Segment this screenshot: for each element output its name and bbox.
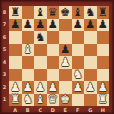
square-a6[interactable] [9, 31, 22, 44]
rank-label-8: 8 [0, 6, 9, 19]
square-d4[interactable] [47, 56, 60, 69]
square-f7[interactable]: ♟ [72, 19, 85, 32]
file-label-e: E [59, 106, 72, 114]
black-pawn[interactable]: ♟ [47, 19, 60, 32]
square-f6[interactable] [72, 31, 85, 44]
chess-board: ♜♝♛♚♝♞♜♟♟♟♟♟♟♟♞♝♟♟♞♟♟♟♟♟♟♟♜♞♝♛♚♜ [9, 6, 109, 106]
square-c1[interactable]: ♝ [34, 94, 47, 107]
rank-label-7: 7 [0, 19, 9, 32]
white-bishop[interactable]: ♝ [34, 94, 47, 107]
white-queen[interactable]: ♛ [47, 94, 60, 107]
black-king[interactable]: ♚ [59, 6, 72, 19]
square-e1[interactable]: ♚ [59, 94, 72, 107]
square-b4[interactable] [22, 56, 35, 69]
white-bishop[interactable]: ♝ [22, 44, 35, 57]
square-d5[interactable] [47, 44, 60, 57]
square-g7[interactable]: ♟ [84, 19, 97, 32]
square-e8[interactable]: ♚ [59, 6, 72, 19]
square-b5[interactable]: ♝ [22, 44, 35, 57]
file-label-a: A [9, 106, 22, 114]
rank-labels: 87654321 [0, 6, 9, 106]
square-b7[interactable]: ♟ [22, 19, 35, 32]
square-f5[interactable] [72, 44, 85, 57]
square-e7[interactable] [59, 19, 72, 32]
black-pawn[interactable]: ♟ [9, 19, 22, 32]
rank-label-3: 3 [0, 69, 9, 82]
square-g4[interactable] [84, 56, 97, 69]
square-a1[interactable]: ♜ [9, 94, 22, 107]
white-rook[interactable]: ♜ [9, 94, 22, 107]
rank-label-2: 2 [0, 81, 9, 94]
square-b1[interactable]: ♞ [22, 94, 35, 107]
chess-board-screenshot: 87654321 ♜♝♛♚♝♞♜♟♟♟♟♟♟♟♞♝♟♟♞♟♟♟♟♟♟♟♜♞♝♛♚… [0, 0, 114, 114]
square-d6[interactable] [47, 31, 60, 44]
square-c6[interactable]: ♞ [34, 31, 47, 44]
square-g6[interactable] [84, 31, 97, 44]
file-label-c: C [34, 106, 47, 114]
rank-label-6: 6 [0, 31, 9, 44]
square-d1[interactable]: ♛ [47, 94, 60, 107]
black-pawn[interactable]: ♟ [22, 19, 35, 32]
white-pawn[interactable]: ♟ [72, 81, 85, 94]
white-pawn[interactable]: ♟ [84, 81, 97, 94]
square-e4[interactable]: ♟ [59, 56, 72, 69]
square-c4[interactable] [34, 56, 47, 69]
square-g5[interactable] [84, 44, 97, 57]
black-knight[interactable]: ♞ [34, 31, 47, 44]
square-f1[interactable] [72, 94, 85, 107]
square-g2[interactable]: ♟ [84, 81, 97, 94]
square-a7[interactable]: ♟ [9, 19, 22, 32]
file-label-g: G [84, 106, 97, 114]
square-a4[interactable] [9, 56, 22, 69]
file-label-b: B [22, 106, 35, 114]
rank-label-4: 4 [0, 56, 9, 69]
square-a5[interactable] [9, 44, 22, 57]
white-knight[interactable]: ♞ [22, 94, 35, 107]
square-h7[interactable]: ♟ [97, 19, 110, 32]
square-d7[interactable]: ♟ [47, 19, 60, 32]
square-g1[interactable] [84, 94, 97, 107]
black-pawn[interactable]: ♟ [72, 19, 85, 32]
file-label-d: D [47, 106, 60, 114]
square-h4[interactable] [97, 56, 110, 69]
rank-label-5: 5 [0, 44, 9, 57]
square-h5[interactable] [97, 44, 110, 57]
black-pawn[interactable]: ♟ [97, 19, 110, 32]
white-rook[interactable]: ♜ [97, 94, 110, 107]
square-f2[interactable]: ♟ [72, 81, 85, 94]
white-pawn[interactable]: ♟ [59, 56, 72, 69]
square-h1[interactable]: ♜ [97, 94, 110, 107]
square-e3[interactable] [59, 69, 72, 82]
file-label-h: H [97, 106, 110, 114]
rank-label-1: 1 [0, 94, 9, 107]
square-c5[interactable] [34, 44, 47, 57]
black-pawn[interactable]: ♟ [84, 19, 97, 32]
square-h6[interactable] [97, 31, 110, 44]
white-king[interactable]: ♚ [59, 94, 72, 107]
file-labels: ABCDEFGH [9, 106, 109, 114]
file-label-f: F [72, 106, 85, 114]
